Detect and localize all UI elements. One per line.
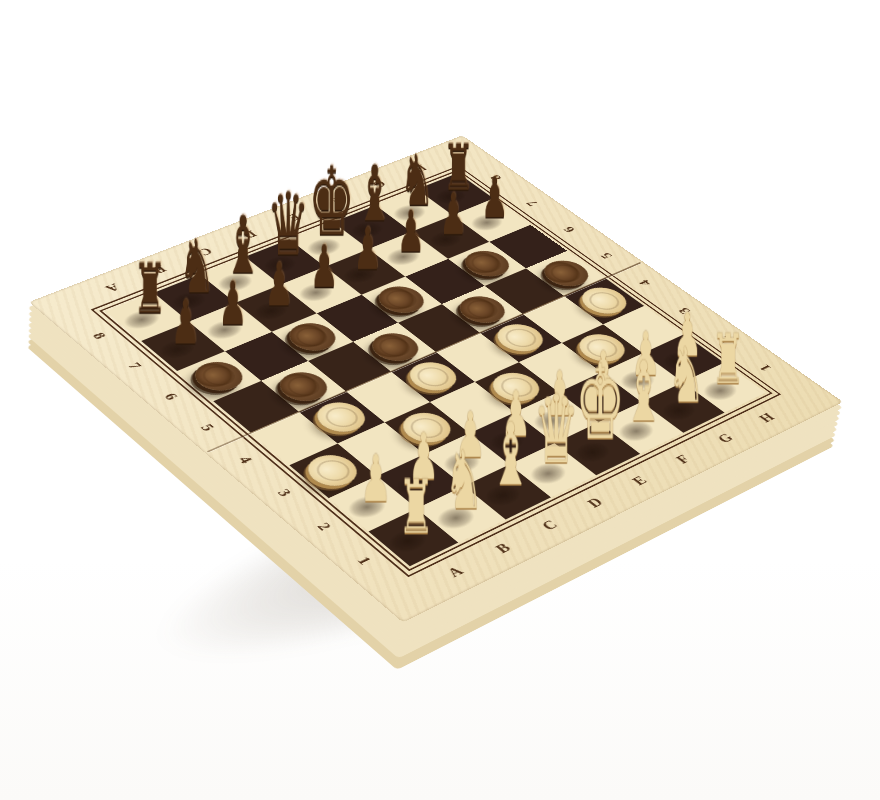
checker-dark-d5[interactable] bbox=[363, 328, 427, 366]
dark-pawn-icon: ♟ bbox=[171, 292, 201, 353]
light-knight-icon: ♞ bbox=[445, 441, 484, 521]
dark-pawn-icon: ♟ bbox=[397, 202, 425, 259]
light-bishop-icon: ♝ bbox=[624, 351, 665, 434]
light-rook-icon: ♜ bbox=[398, 469, 435, 544]
light-king-icon: ♚ bbox=[576, 353, 626, 456]
rank-label-right-5: 5 bbox=[578, 241, 636, 271]
dark-pawn-icon: ♟ bbox=[264, 255, 293, 314]
light-knight-icon: ♞ bbox=[668, 338, 705, 414]
light-pawn-icon: ♟ bbox=[360, 446, 392, 510]
dark-pawn-icon: ♟ bbox=[309, 237, 338, 296]
dark-pawn-icon: ♟ bbox=[218, 273, 247, 333]
dark-rook-icon: ♜ bbox=[133, 254, 167, 323]
product-photo-stage: ABCDEFGH ABCDEFGH 87654321 87654321 ♜♞♝♛… bbox=[0, 0, 880, 800]
light-rook-icon: ♜ bbox=[711, 325, 745, 394]
board-3d-scene: ABCDEFGH ABCDEFGH 87654321 87654321 ♜♞♝♛… bbox=[0, 0, 880, 800]
light-bishop-icon: ♝ bbox=[490, 413, 532, 499]
light-queen-icon: ♛ bbox=[533, 382, 579, 476]
dark-pawn-icon: ♟ bbox=[354, 219, 382, 277]
dark-pawn-icon: ♟ bbox=[439, 186, 467, 243]
rank-label-right-7: 7 bbox=[503, 189, 560, 218]
chess-board: ABCDEFGH ABCDEFGH 87654321 87654321 ♜♞♝♛… bbox=[29, 135, 843, 622]
